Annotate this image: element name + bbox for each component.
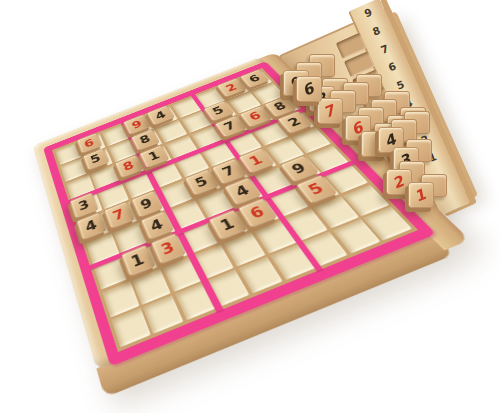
tile-number: 2 xyxy=(392,171,405,193)
drawer-stack-7[interactable]: 7 xyxy=(317,98,341,122)
tile-number: 7 xyxy=(222,120,238,133)
tile-number: 2 xyxy=(285,116,303,129)
tile-number: 7 xyxy=(111,207,126,223)
tile-number: 4 xyxy=(153,109,167,121)
tile-number: 1 xyxy=(218,216,237,233)
board-tile-r6c1-1[interactable]: 1 xyxy=(120,244,156,276)
tile-number: 7 xyxy=(220,164,238,179)
drawer-stack-2[interactable]: 2 xyxy=(386,169,410,193)
tile-number: 4 xyxy=(84,218,99,234)
board-tile-r2c2-8[interactable]: 8 xyxy=(114,154,144,178)
tile-number: 4 xyxy=(148,217,165,234)
tile-number: 9 xyxy=(130,119,144,131)
tile-number: 6 xyxy=(247,73,263,84)
tile-number: 4 xyxy=(233,183,252,199)
tile-number: 1 xyxy=(247,153,265,167)
tile-number: 6 xyxy=(247,204,267,221)
tile-number: 8 xyxy=(121,159,135,173)
tile-number: 5 xyxy=(193,175,210,190)
tile-number: 7 xyxy=(323,100,336,122)
tile-number: 1 xyxy=(414,184,427,206)
tile-number: 6 xyxy=(302,78,315,100)
drawer-stack-1[interactable]: 1 xyxy=(408,182,432,206)
tile-number: 1 xyxy=(146,150,161,163)
tile-number: 6 xyxy=(83,137,96,149)
tile-number: 5 xyxy=(305,181,326,197)
tile-number: 9 xyxy=(289,161,309,176)
tile-number: 5 xyxy=(211,105,227,117)
tile-number: 9 xyxy=(138,196,154,212)
stack-top-tile: 7 xyxy=(317,98,343,124)
tile-number: 6 xyxy=(247,110,264,122)
stack-top-tile: 6 xyxy=(296,76,322,102)
product-photo: 987654321 69426585817683247957144913165 … xyxy=(0,0,500,413)
stack-top-tile: 1 xyxy=(408,182,434,208)
tile-number: 5 xyxy=(89,153,102,166)
tile-number: 3 xyxy=(159,239,177,257)
tile-number: 1 xyxy=(129,251,146,269)
tile-number: 8 xyxy=(138,133,152,146)
tile-number: 3 xyxy=(77,198,91,213)
loose-tile-6[interactable]: 6 xyxy=(296,76,320,100)
board-tile-r4c1-7[interactable]: 7 xyxy=(103,201,135,229)
tile-number: 8 xyxy=(272,100,289,112)
tile-number: 2 xyxy=(223,82,238,93)
